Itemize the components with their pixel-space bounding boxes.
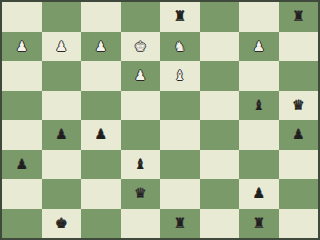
board-frame: ♜♜♟♟♟♚♞♟♟♝♝♛♟♟♟♟♝♛♟♚♜♜ — [0, 0, 124, 125]
square-d4[interactable] — [121, 120, 125, 125]
square-c8[interactable] — [81, 2, 121, 32]
piece-white-pawn-b7[interactable]: ♟ — [55, 39, 67, 53]
square-d8[interactable] — [121, 2, 125, 32]
square-d5[interactable] — [121, 91, 125, 121]
square-d6[interactable]: ♟ — [121, 61, 125, 91]
square-b7[interactable]: ♟ — [42, 32, 82, 62]
square-a6[interactable] — [2, 61, 42, 91]
square-c7[interactable]: ♟ — [81, 32, 121, 62]
square-b5[interactable] — [42, 91, 82, 121]
square-b4[interactable]: ♟ — [42, 120, 82, 125]
square-b8[interactable] — [42, 2, 82, 32]
square-a5[interactable] — [2, 91, 42, 121]
square-a7[interactable]: ♟ — [2, 32, 42, 62]
square-d7[interactable]: ♚ — [121, 32, 125, 62]
piece-white-pawn-a7[interactable]: ♟ — [16, 39, 28, 53]
piece-white-pawn-c7[interactable]: ♟ — [95, 39, 107, 53]
square-c6[interactable] — [81, 61, 121, 91]
square-a4[interactable] — [2, 120, 42, 125]
chess-board: ♜♜♟♟♟♚♞♟♟♝♝♛♟♟♟♟♝♛♟♚♜♜ — [2, 2, 124, 125]
square-c5[interactable] — [81, 91, 121, 121]
square-c4[interactable]: ♟ — [81, 120, 121, 125]
square-a8[interactable] — [2, 2, 42, 32]
square-b6[interactable] — [42, 61, 82, 91]
